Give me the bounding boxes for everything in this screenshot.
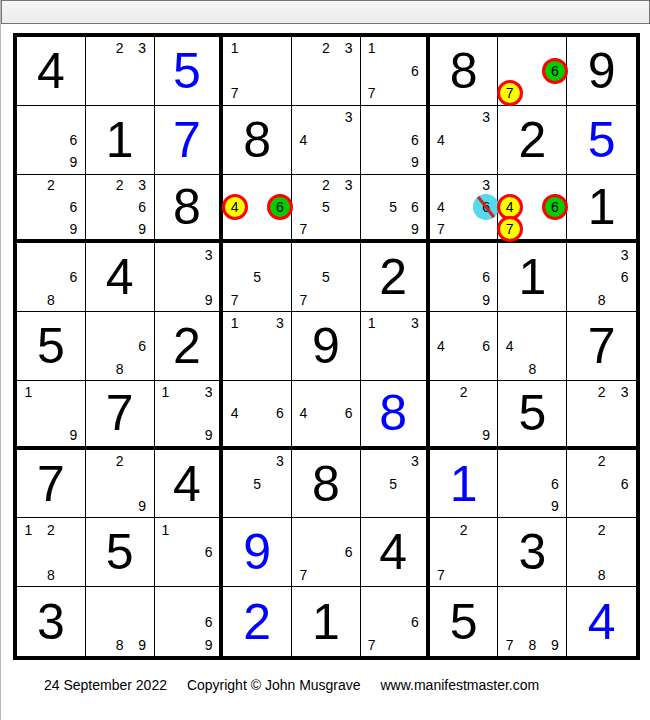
- cell-r8c1[interactable]: 128: [17, 518, 86, 587]
- cell-r1c2[interactable]: 23: [86, 37, 155, 106]
- pencil-mark-slot: [176, 633, 198, 656]
- pencil-mark-slot: [337, 128, 360, 151]
- candidate-digit: 4: [231, 406, 239, 420]
- pencil-mark-slot: [176, 243, 198, 266]
- cell-r8c5[interactable]: 67: [292, 518, 361, 587]
- pencil-mark-slot: [567, 424, 590, 446]
- cell-r9c8[interactable]: 789: [498, 587, 567, 656]
- pencil-mark-slot: [198, 402, 220, 424]
- pencil-mark-slot: [131, 610, 154, 633]
- pencil-mark-slot: [452, 335, 475, 358]
- cell-r6c4[interactable]: 46: [223, 381, 292, 450]
- big-digit: 5: [173, 46, 201, 96]
- pencil-mark-slot: [292, 541, 315, 564]
- candidate-digit: 6: [621, 477, 629, 491]
- pencil-mark-slot: 4: [430, 335, 453, 358]
- cell-r8c9[interactable]: 28: [567, 518, 636, 587]
- pencil-mark-slot: [315, 541, 338, 564]
- sudoku-board: 4235172316786796917834693425269236984623…: [13, 33, 640, 660]
- pencil-mark-slot: 6: [613, 266, 636, 289]
- pencil-marks: 68: [86, 312, 154, 380]
- candidate-digit: 9: [70, 222, 78, 236]
- cell-r2c7[interactable]: 34: [430, 106, 499, 175]
- pencil-mark-slot: [521, 450, 544, 473]
- pencil-mark-slot: [544, 175, 567, 197]
- candidate-digit: 3: [621, 248, 629, 262]
- cell-r4c4[interactable]: 57: [223, 243, 292, 312]
- pencil-mark-slot: 8: [40, 289, 63, 312]
- cell-r9c7[interactable]: 5: [430, 587, 499, 656]
- candidate-digit: 7: [300, 293, 308, 307]
- cell-r7c7[interactable]: 1: [430, 450, 499, 519]
- pencil-mark-slot: [17, 402, 40, 424]
- cell-r6c1[interactable]: 19: [17, 381, 86, 450]
- cell-r3c9[interactable]: 1: [567, 175, 636, 244]
- candidate-digit: 9: [411, 222, 419, 236]
- pencil-mark-slot: 1: [155, 518, 177, 541]
- cell-r8c2[interactable]: 5: [86, 518, 155, 587]
- candidate-digit: 9: [482, 293, 490, 307]
- pencil-mark-slot: 3: [475, 175, 498, 197]
- pencil-mark-slot: [544, 218, 567, 240]
- cell-r8c7[interactable]: 27: [430, 518, 499, 587]
- pencil-mark-slot: [17, 218, 40, 240]
- pencil-marks: 48: [498, 312, 566, 380]
- pencil-mark-slot: [315, 82, 338, 105]
- pencil-mark-slot: [223, 335, 246, 358]
- cell-r2c1[interactable]: 69: [17, 106, 86, 175]
- pencil-marks: 269: [17, 175, 85, 240]
- candidate-digit: 3: [205, 385, 213, 399]
- big-digit: 9: [588, 46, 616, 96]
- pencil-mark-slot: [382, 312, 404, 335]
- pencil-mark-slot: 3: [198, 243, 220, 266]
- pencil-mark-slot: [86, 82, 109, 105]
- cell-r1c7[interactable]: 8: [430, 37, 499, 106]
- candidate-digit: 6: [345, 406, 353, 420]
- pencil-mark-slot: [337, 424, 360, 446]
- pencil-mark-slot: [475, 312, 498, 335]
- pencil-mark-slot: [176, 402, 198, 424]
- pencil-mark-slot: [86, 357, 109, 380]
- cell-r1c5[interactable]: 23: [292, 37, 361, 106]
- candidate-digit: 3: [276, 316, 284, 330]
- pencil-mark-slot: 2: [108, 175, 131, 197]
- candidate-digit: 3: [345, 178, 353, 192]
- pencil-marks: 13: [223, 312, 291, 380]
- pencil-mark-slot: 8: [108, 357, 131, 380]
- cell-r6c8[interactable]: 5: [498, 381, 567, 450]
- pencil-mark-slot: [17, 243, 40, 266]
- pencil-mark-slot: [337, 518, 360, 541]
- pencil-mark-slot: [361, 587, 383, 610]
- pencil-mark-slot: 7: [292, 218, 315, 240]
- pencil-mark-slot: [176, 610, 198, 633]
- pencil-mark-slot: [108, 312, 131, 335]
- pencil-mark-slot: 6: [475, 335, 498, 358]
- pencil-mark-slot: [613, 541, 636, 564]
- pencil-mark-slot: 7: [498, 633, 521, 656]
- candidate-digit: 6: [551, 64, 559, 78]
- cell-r2c8[interactable]: 2: [498, 106, 567, 175]
- pencil-mark-slot: [292, 266, 315, 289]
- pencil-marks: 67: [361, 587, 426, 656]
- pencil-mark-slot: [404, 587, 426, 610]
- candidate-digit: 6: [138, 200, 146, 214]
- pencil-mark-slot: 2: [108, 37, 131, 60]
- cell-r1c3[interactable]: 5: [155, 37, 224, 106]
- cell-r1c1[interactable]: 4: [17, 37, 86, 106]
- pencil-mark-slot: [292, 424, 315, 446]
- pencil-mark-slot: 9: [544, 633, 567, 656]
- pencil-mark-slot: [452, 175, 475, 197]
- pencil-mark-slot: [155, 587, 177, 610]
- pencil-mark-slot: 3: [131, 175, 154, 197]
- cell-r2c6[interactable]: 69: [361, 106, 430, 175]
- pencil-mark-slot: 4: [498, 335, 521, 358]
- pencil-mark-slot: [223, 357, 246, 380]
- pencil-mark-slot: [521, 335, 544, 358]
- pencil-mark-slot: [430, 151, 453, 174]
- pencil-mark-slot: 2: [40, 518, 63, 541]
- pencil-mark-slot: [155, 564, 177, 587]
- candidate-digit: 2: [460, 523, 468, 537]
- cell-r5c2[interactable]: 68: [86, 312, 155, 381]
- cell-r7c9[interactable]: 26: [567, 450, 636, 519]
- pencil-mark-slot: [108, 587, 131, 610]
- cell-r8c8[interactable]: 3: [498, 518, 567, 587]
- pencil-mark-slot: [590, 402, 613, 424]
- cell-r8c6[interactable]: 4: [361, 518, 430, 587]
- cell-r8c4[interactable]: 9: [223, 518, 292, 587]
- pencil-mark-slot: [337, 82, 360, 105]
- big-digit: 7: [106, 388, 134, 438]
- cell-r3c4[interactable]: 46: [223, 175, 292, 244]
- candidate-digit: 6: [276, 200, 284, 214]
- pencil-mark-slot: [498, 37, 521, 60]
- big-digit: 4: [379, 527, 407, 577]
- pencil-mark-slot: [544, 312, 567, 335]
- pencil-marks: 13: [361, 312, 426, 380]
- pencil-mark-slot: [246, 37, 269, 60]
- cell-r2c9[interactable]: 5: [567, 106, 636, 175]
- pencil-mark-slot: [246, 424, 269, 446]
- candidate-digit: 9: [138, 638, 146, 652]
- big-digit: 5: [37, 321, 65, 371]
- candidate-digit: 9: [138, 499, 146, 513]
- pencil-mark-slot: [361, 106, 383, 129]
- pencil-mark-slot: [315, 518, 338, 541]
- cell-r3c7[interactable]: 3467: [430, 175, 499, 244]
- candidate-digit: 6: [411, 615, 419, 629]
- cell-r2c4[interactable]: 8: [223, 106, 292, 175]
- pencil-mark-slot: [567, 243, 590, 266]
- pencil-mark-slot: 3: [404, 312, 426, 335]
- pencil-mark-slot: [86, 196, 109, 218]
- pencil-mark-slot: [223, 472, 246, 495]
- cell-r7c8[interactable]: 69: [498, 450, 567, 519]
- candidate-digit: 1: [231, 41, 239, 55]
- pencil-mark-slot: 4: [223, 402, 246, 424]
- big-digit: 3: [518, 527, 546, 577]
- pencil-mark-slot: 1: [223, 312, 246, 335]
- cell-r9c1[interactable]: 3: [17, 587, 86, 656]
- pencil-marks: 23: [292, 37, 360, 105]
- pencil-mark-slot: [198, 564, 220, 587]
- pencil-mark-slot: [567, 266, 590, 289]
- cell-r6c6[interactable]: 8: [361, 381, 430, 450]
- pencil-marks: 69: [430, 243, 498, 311]
- cell-r4c3[interactable]: 39: [155, 243, 224, 312]
- pencil-mark-slot: [430, 289, 453, 312]
- pencil-mark-slot: [361, 610, 383, 633]
- candidate-digit: 6: [411, 133, 419, 147]
- candidate-digit: 3: [205, 248, 213, 262]
- pencil-mark-slot: [404, 472, 426, 495]
- cell-r7c6[interactable]: 35: [361, 450, 430, 519]
- candidate-digit: 4: [437, 133, 445, 147]
- footer-copyright: Copyright © John Musgrave: [187, 677, 361, 693]
- pencil-mark-slot: 6: [131, 335, 154, 358]
- candidate-digit: 1: [24, 385, 32, 399]
- candidate-digit: 1: [24, 523, 32, 537]
- cell-r5c9[interactable]: 7: [567, 312, 636, 381]
- cell-r7c5[interactable]: 8: [292, 450, 361, 519]
- cell-r6c5[interactable]: 46: [292, 381, 361, 450]
- pencil-marks: 69: [17, 106, 85, 174]
- pencil-mark-slot: [292, 151, 315, 174]
- cell-r3c8[interactable]: 467: [498, 175, 567, 244]
- pencil-mark-slot: [223, 495, 246, 518]
- footer-date: 24 September 2022: [44, 677, 167, 693]
- candidate-digit: 6: [482, 339, 490, 353]
- pencil-mark-slot: [361, 335, 383, 358]
- pencil-mark-slot: [155, 289, 177, 312]
- candidate-digit: 5: [322, 270, 330, 284]
- cell-r6c2[interactable]: 7: [86, 381, 155, 450]
- candidate-digit: 8: [116, 362, 124, 376]
- pencil-mark-slot: [40, 266, 63, 289]
- cell-r9c5[interactable]: 1: [292, 587, 361, 656]
- pencil-mark-slot: 2: [108, 450, 131, 473]
- pencil-mark-slot: [404, 357, 426, 380]
- pencil-mark-slot: [361, 495, 383, 518]
- cell-r9c6[interactable]: 67: [361, 587, 430, 656]
- pencil-mark-slot: [292, 518, 315, 541]
- cell-r2c5[interactable]: 34: [292, 106, 361, 175]
- big-digit: 8: [312, 459, 340, 509]
- pencil-marks: 46: [292, 381, 360, 446]
- pencil-mark-slot: [404, 175, 426, 197]
- cell-r5c7[interactable]: 46: [430, 312, 499, 381]
- big-digit: 1: [312, 597, 340, 647]
- cell-r4c5[interactable]: 57: [292, 243, 361, 312]
- cell-r4c2[interactable]: 4: [86, 243, 155, 312]
- pencil-mark-slot: [521, 472, 544, 495]
- pencil-marks: 28: [567, 518, 636, 586]
- pencil-marks: 69: [155, 587, 220, 656]
- pencil-mark-slot: [498, 312, 521, 335]
- candidate-digit: 5: [253, 477, 261, 491]
- pencil-mark-slot: [361, 196, 383, 218]
- candidate-digit: 2: [322, 178, 330, 192]
- candidate-digit: 2: [116, 454, 124, 468]
- pencil-mark-slot: [223, 175, 246, 197]
- pencil-mark-slot: 8: [108, 633, 131, 656]
- cell-r5c8[interactable]: 48: [498, 312, 567, 381]
- candidate-digit: 8: [47, 293, 55, 307]
- candidate-digit: 6: [276, 406, 284, 420]
- cell-r3c3[interactable]: 8: [155, 175, 224, 244]
- cell-r3c5[interactable]: 2357: [292, 175, 361, 244]
- cell-r9c9[interactable]: 4: [567, 587, 636, 656]
- cell-r5c6[interactable]: 13: [361, 312, 430, 381]
- cell-r7c4[interactable]: 35: [223, 450, 292, 519]
- pencil-mark-slot: [86, 218, 109, 240]
- pencil-mark-slot: 3: [131, 37, 154, 60]
- cell-r3c6[interactable]: 569: [361, 175, 430, 244]
- pencil-mark-slot: [521, 218, 544, 240]
- cell-r5c3[interactable]: 2: [155, 312, 224, 381]
- pencil-mark-slot: [315, 128, 338, 151]
- candidate-digit: 7: [368, 638, 376, 652]
- cell-r7c2[interactable]: 29: [86, 450, 155, 519]
- pencil-mark-slot: [452, 106, 475, 129]
- pencil-mark-slot: 4: [430, 128, 453, 151]
- cell-r4c9[interactable]: 368: [567, 243, 636, 312]
- pencil-mark-slot: [613, 564, 636, 587]
- candidate-digit: 2: [598, 385, 606, 399]
- pencil-mark-slot: [544, 82, 567, 105]
- cell-r2c2[interactable]: 1: [86, 106, 155, 175]
- candidate-digit: 6: [621, 270, 629, 284]
- pencil-mark-slot: [62, 518, 85, 541]
- cell-r4c7[interactable]: 69: [430, 243, 499, 312]
- pencil-mark-slot: [452, 243, 475, 266]
- pencil-mark-slot: 4: [292, 402, 315, 424]
- candidate-digit: 8: [116, 638, 124, 652]
- cell-r9c4[interactable]: 2: [223, 587, 292, 656]
- pencil-mark-slot: [17, 151, 40, 174]
- pencil-mark-slot: [544, 587, 567, 610]
- pencil-marks: 17: [223, 37, 291, 105]
- big-digit: 1: [588, 182, 616, 232]
- candidate-digit: 2: [47, 178, 55, 192]
- pencil-mark-slot: [246, 243, 269, 266]
- pencil-mark-slot: [382, 82, 404, 105]
- cell-r3c2[interactable]: 2369: [86, 175, 155, 244]
- cell-r6c7[interactable]: 29: [430, 381, 499, 450]
- candidate-digit: 5: [253, 270, 261, 284]
- pencil-mark-slot: [40, 106, 63, 129]
- pencil-mark-slot: [404, 82, 426, 105]
- pencil-mark-slot: [567, 472, 590, 495]
- pencil-mark-slot: [590, 424, 613, 446]
- cell-r1c9[interactable]: 9: [567, 37, 636, 106]
- pencil-mark-slot: [475, 541, 498, 564]
- pencil-mark-slot: [292, 175, 315, 197]
- pencil-mark-slot: [521, 196, 544, 218]
- pencil-mark-slot: [176, 381, 198, 403]
- pencil-mark-slot: 6: [337, 541, 360, 564]
- pencil-mark-slot: [613, 402, 636, 424]
- cell-r9c3[interactable]: 69: [155, 587, 224, 656]
- cell-r7c1[interactable]: 7: [17, 450, 86, 519]
- pencil-mark-slot: [315, 60, 338, 83]
- pencil-mark-slot: [315, 424, 338, 446]
- pencil-mark-slot: 7: [223, 82, 246, 105]
- pencil-mark-slot: [498, 495, 521, 518]
- cell-r1c4[interactable]: 17: [223, 37, 292, 106]
- cell-r5c4[interactable]: 13: [223, 312, 292, 381]
- pencil-mark-slot: 1: [361, 312, 383, 335]
- pencil-mark-slot: [176, 289, 198, 312]
- candidate-digit: 3: [482, 110, 490, 124]
- cell-r9c2[interactable]: 89: [86, 587, 155, 656]
- cell-r8c3[interactable]: 16: [155, 518, 224, 587]
- cell-r4c8[interactable]: 1: [498, 243, 567, 312]
- pencil-mark-slot: 7: [430, 218, 453, 240]
- candidate-digit: 1: [161, 385, 169, 399]
- pencil-mark-slot: [292, 106, 315, 129]
- pencil-mark-slot: [382, 495, 404, 518]
- cell-r4c1[interactable]: 68: [17, 243, 86, 312]
- pencil-mark-slot: [337, 60, 360, 83]
- candidate-digit: 5: [322, 200, 330, 214]
- pencil-mark-slot: [475, 518, 498, 541]
- pencil-marks: 35: [361, 450, 426, 518]
- pencil-mark-slot: [452, 312, 475, 335]
- cell-r6c9[interactable]: 23: [567, 381, 636, 450]
- pencil-mark-slot: [475, 151, 498, 174]
- pencil-mark-slot: 6: [269, 402, 292, 424]
- pencil-mark-slot: [86, 633, 109, 656]
- pencil-mark-slot: [430, 312, 453, 335]
- pencil-mark-slot: 6: [131, 196, 154, 218]
- pencil-mark-slot: [108, 335, 131, 358]
- pencil-mark-slot: 3: [613, 243, 636, 266]
- pencil-mark-slot: 3: [613, 381, 636, 403]
- candidate-digit: 2: [598, 454, 606, 468]
- cell-r1c6[interactable]: 167: [361, 37, 430, 106]
- pencil-mark-slot: [567, 450, 590, 473]
- cell-r5c5[interactable]: 9: [292, 312, 361, 381]
- pencil-mark-slot: [452, 424, 475, 446]
- pencil-mark-slot: [521, 82, 544, 105]
- cell-r5c1[interactable]: 5: [17, 312, 86, 381]
- pencil-mark-slot: 6: [544, 60, 567, 83]
- pencil-mark-slot: 8: [590, 289, 613, 312]
- cell-r3c1[interactable]: 269: [17, 175, 86, 244]
- cell-r6c3[interactable]: 139: [155, 381, 224, 450]
- cell-r1c8[interactable]: 67: [498, 37, 567, 106]
- pencil-mark-slot: 5: [382, 196, 404, 218]
- pencil-mark-slot: [17, 424, 40, 446]
- cell-r2c3[interactable]: 7: [155, 106, 224, 175]
- pencil-mark-slot: 3: [404, 450, 426, 473]
- candidate-digit: 9: [205, 638, 213, 652]
- pencil-marks: 467: [498, 175, 566, 240]
- pencil-marks: 3467: [430, 175, 498, 240]
- cell-r4c6[interactable]: 2: [361, 243, 430, 312]
- pencil-mark-slot: [40, 196, 63, 218]
- cell-r7c3[interactable]: 4: [155, 450, 224, 519]
- pencil-mark-slot: 5: [315, 266, 338, 289]
- candidate-digit: 1: [231, 316, 239, 330]
- pencil-mark-slot: [198, 518, 220, 541]
- pencil-mark-slot: [86, 312, 109, 335]
- big-digit: 8: [379, 388, 407, 438]
